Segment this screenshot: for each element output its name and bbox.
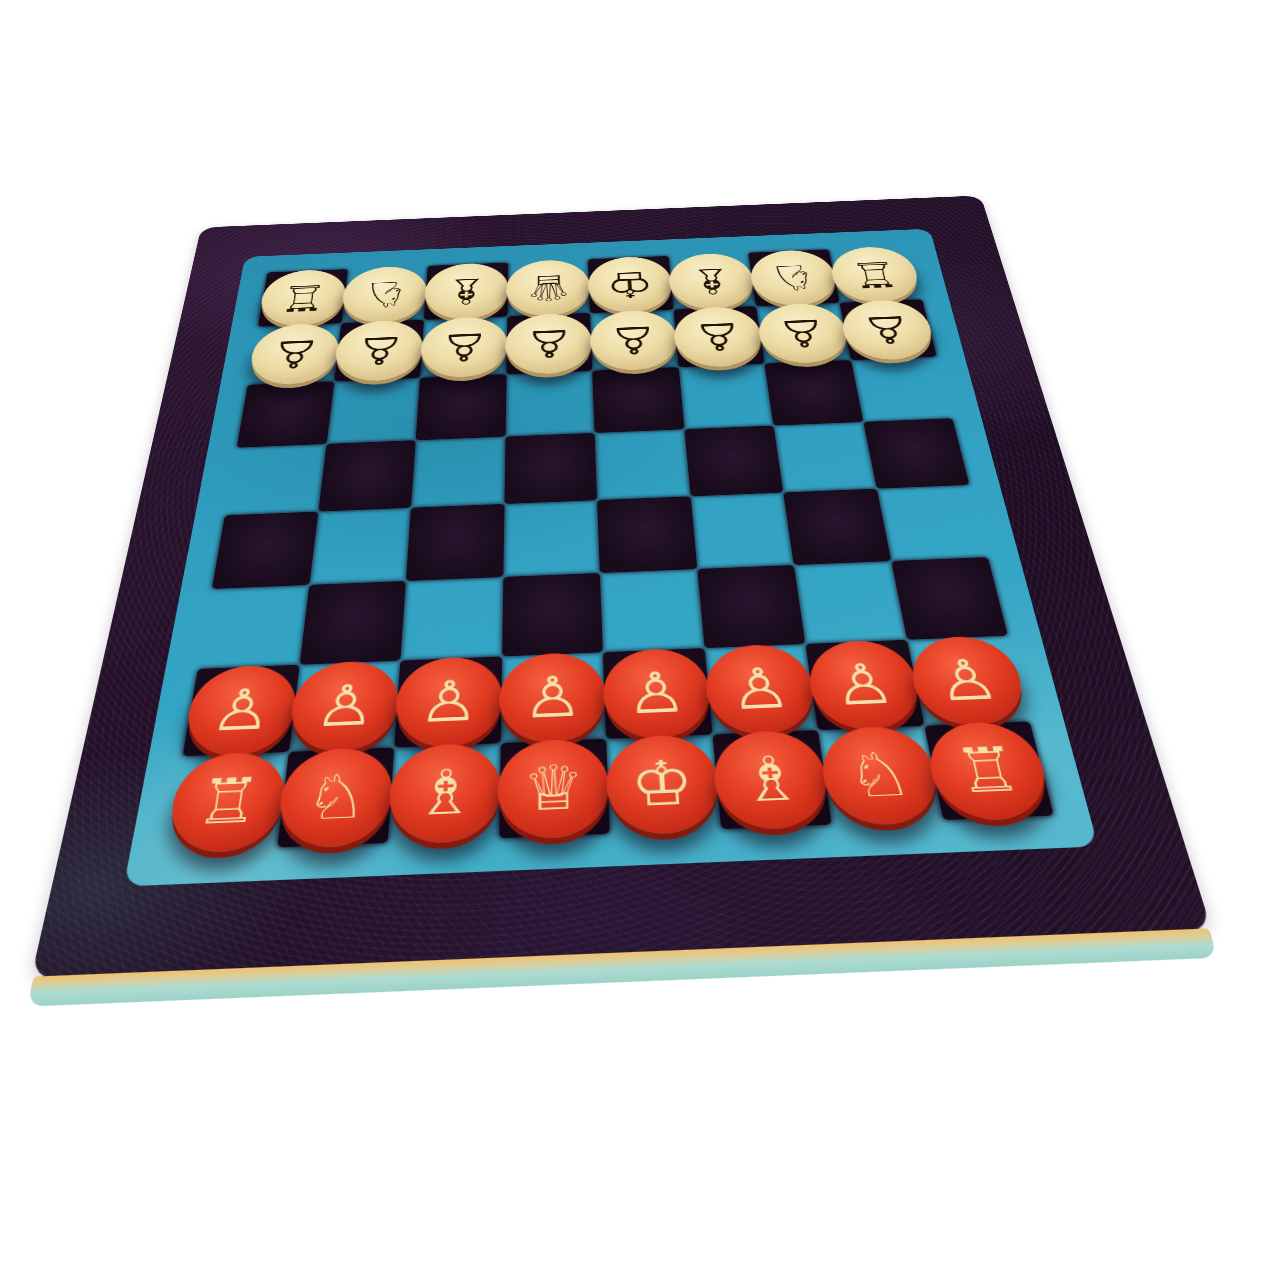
piece-cream-bishop-c8[interactable]: ♗ xyxy=(423,262,509,321)
piece-cream-pawn-e7[interactable]: ♙ xyxy=(589,309,680,372)
queen-glyph: ♕ xyxy=(522,756,585,820)
piece-red-king-e1[interactable]: ♔ xyxy=(605,733,723,835)
piece-red-bishop-f1[interactable]: ♗ xyxy=(711,729,834,831)
bishop-glyph: ♗ xyxy=(736,747,806,811)
pawn-glyph: ♙ xyxy=(608,320,659,359)
pawn-glyph: ♙ xyxy=(692,317,745,356)
piece-red-pawn-d2[interactable]: ♙ xyxy=(499,651,608,745)
pawn-glyph: ♙ xyxy=(829,655,898,713)
rook-glyph: ♖ xyxy=(847,256,902,292)
piece-cream-knight-g8[interactable]: ♘ xyxy=(747,249,840,307)
piece-cream-pawn-b7[interactable]: ♙ xyxy=(333,319,425,382)
piece-red-knight-b1[interactable]: ♘ xyxy=(275,746,396,849)
bishop-glyph: ♗ xyxy=(686,263,737,300)
piece-red-pawn-e2[interactable]: ♙ xyxy=(602,647,714,740)
piece-red-pawn-c2[interactable]: ♙ xyxy=(393,655,503,749)
pawn-glyph: ♙ xyxy=(775,313,830,352)
queen-glyph: ♕ xyxy=(525,269,573,306)
pawn-glyph: ♙ xyxy=(524,324,573,363)
piece-cream-pawn-a7[interactable]: ♙ xyxy=(247,322,343,385)
piece-cream-pawn-h7[interactable]: ♙ xyxy=(838,299,938,362)
piece-cream-king-e8[interactable]: ♔ xyxy=(587,255,674,314)
rook-glyph: ♖ xyxy=(950,738,1026,801)
bishop-glyph: ♗ xyxy=(442,273,491,310)
knight-glyph: ♘ xyxy=(360,276,410,313)
piece-cream-queen-d8[interactable]: ♕ xyxy=(506,259,591,318)
piece-red-queen-d1[interactable]: ♕ xyxy=(497,737,611,839)
piece-red-knight-g1[interactable]: ♘ xyxy=(816,724,944,826)
rook-glyph: ♖ xyxy=(192,769,264,833)
pawn-glyph: ♙ xyxy=(268,334,322,374)
piece-red-pawn-a2[interactable]: ♙ xyxy=(181,663,301,757)
pawn-glyph: ♙ xyxy=(523,668,584,726)
pawn-glyph: ♙ xyxy=(439,327,489,366)
board-photo: ♖♘♗♕♔♗♘♖♙♙♙♙♙♙♙♙♙♙♙♙♙♙♙♙♖♘♗♕♔♗♘♖ xyxy=(0,0,1280,1280)
pawn-glyph: ♙ xyxy=(931,651,1003,709)
knight-glyph: ♘ xyxy=(767,259,820,295)
chess-board-slab: ♖♘♗♕♔♗♘♖♙♙♙♙♙♙♙♙♙♙♙♙♙♙♙♙♖♘♗♕♔♗♘♖ xyxy=(31,196,1212,979)
piece-cream-rook-a8[interactable]: ♖ xyxy=(257,268,349,327)
piece-red-pawn-g2[interactable]: ♙ xyxy=(804,639,926,732)
piece-red-pawn-f2[interactable]: ♙ xyxy=(703,643,820,736)
knight-glyph: ♘ xyxy=(302,765,370,829)
piece-red-bishop-c1[interactable]: ♗ xyxy=(386,742,501,845)
pawn-glyph: ♙ xyxy=(313,676,378,735)
pawn-glyph: ♙ xyxy=(208,680,276,739)
piece-cream-knight-b8[interactable]: ♘ xyxy=(340,265,429,324)
king-glyph: ♔ xyxy=(629,752,695,816)
piece-cream-pawn-d7[interactable]: ♙ xyxy=(505,312,593,375)
pawn-glyph: ♙ xyxy=(625,664,688,722)
piece-cream-pawn-c7[interactable]: ♙ xyxy=(419,316,508,379)
bishop-glyph: ♗ xyxy=(412,760,477,824)
slab-side-edge xyxy=(27,928,1218,1006)
piece-cream-pawn-g7[interactable]: ♙ xyxy=(755,302,852,365)
king-glyph: ♔ xyxy=(605,266,654,303)
pawn-glyph: ♙ xyxy=(353,331,405,371)
pawn-glyph: ♙ xyxy=(418,672,480,731)
piece-red-rook-a1[interactable]: ♖ xyxy=(164,750,290,853)
pawn-glyph: ♙ xyxy=(859,310,916,349)
piece-cream-rook-h8[interactable]: ♖ xyxy=(827,245,923,303)
knight-glyph: ♘ xyxy=(843,743,916,807)
rook-glyph: ♖ xyxy=(277,279,329,316)
piece-cream-bishop-f8[interactable]: ♗ xyxy=(667,252,757,311)
piece-cream-pawn-f7[interactable]: ♙ xyxy=(672,305,766,368)
pawn-glyph: ♙ xyxy=(727,660,793,718)
pieces-layer: ♖♘♗♕♔♗♘♖♙♙♙♙♙♙♙♙♙♙♙♙♙♙♙♙♖♘♗♕♔♗♘♖ xyxy=(166,246,1054,852)
piece-red-pawn-b2[interactable]: ♙ xyxy=(287,659,402,753)
